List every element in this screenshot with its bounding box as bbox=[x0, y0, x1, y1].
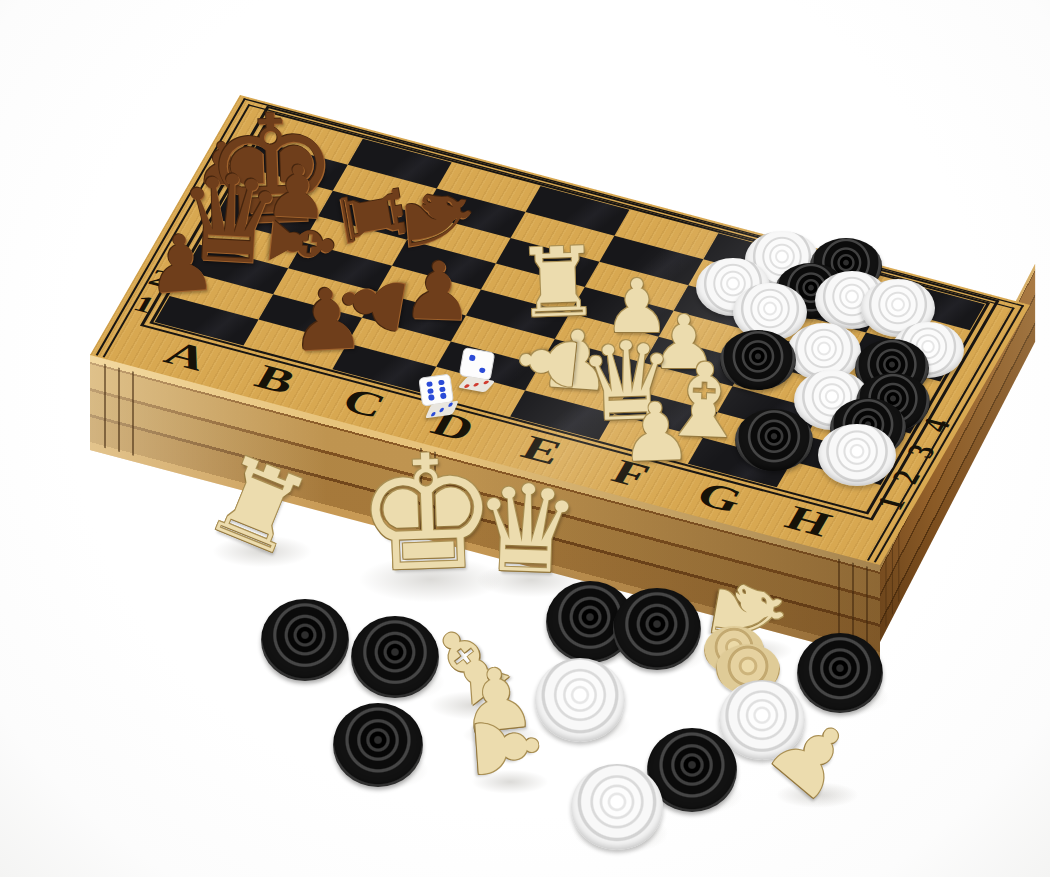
black-checker bbox=[735, 409, 813, 471]
die-pip bbox=[479, 367, 485, 373]
white-checker bbox=[571, 764, 663, 850]
light-pawn: ♟ bbox=[619, 392, 693, 474]
die-pip bbox=[439, 407, 445, 412]
carved-groove bbox=[866, 566, 868, 651]
die-2 bbox=[418, 373, 455, 418]
dark-pawn: ♟ bbox=[143, 223, 218, 306]
die-pip bbox=[473, 382, 480, 386]
carved-groove bbox=[892, 543, 893, 615]
die-1 bbox=[457, 347, 496, 393]
white-checker bbox=[818, 424, 896, 486]
carved-groove bbox=[886, 556, 887, 628]
light-queen: ♛ bbox=[471, 468, 583, 592]
die-pip bbox=[426, 381, 432, 387]
die-pip bbox=[464, 384, 471, 388]
die-pip bbox=[439, 386, 445, 392]
dark-pawn: ♟ bbox=[287, 276, 367, 364]
die-pip bbox=[482, 381, 489, 385]
die-pip bbox=[447, 403, 453, 408]
die-pip bbox=[427, 388, 433, 394]
black-checker bbox=[613, 588, 701, 670]
carved-groove bbox=[118, 367, 120, 452]
carved-groove bbox=[898, 531, 899, 603]
die-pip bbox=[438, 379, 444, 385]
die-pip bbox=[469, 355, 475, 361]
black-checker bbox=[261, 599, 349, 681]
black-checker bbox=[333, 703, 423, 787]
carved-groove bbox=[838, 559, 840, 644]
die-pip bbox=[440, 393, 446, 399]
product-photo-scene: ABCDEFGH121234 ♚♛♟♟♟♝♜♞♟♟♟♜♟♟♟♛♟♝♟♜♚♛♞♝♟… bbox=[0, 0, 1050, 877]
carved-groove bbox=[104, 364, 106, 449]
carved-groove bbox=[132, 371, 134, 456]
light-pawn-lying: ♟ bbox=[461, 707, 550, 788]
die-pip bbox=[428, 394, 434, 400]
die-pip bbox=[431, 411, 437, 416]
die-top-face-2 bbox=[459, 347, 496, 381]
